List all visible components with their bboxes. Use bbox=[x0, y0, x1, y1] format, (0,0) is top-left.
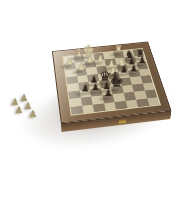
captured-white-pawn: ♟ bbox=[29, 110, 37, 119]
pieces-layer: ♝♚♜♟♟♟♞♜♟♟♞♟♟♟♟♟♟♛♝♟♟♟♚♟ bbox=[63, 49, 160, 115]
chess-piece-glyph: ♟ bbox=[96, 54, 104, 63]
chess-set-photo: ♝♚♜♟♟♟♞♜♟♟♞♟♟♟♟♟♟♛♝♟♟♟♚♟ ♟♟♟♟♟ bbox=[0, 0, 194, 200]
playing-area: ♝♚♜♟♟♟♞♜♟♟♞♟♟♟♟♟♟♛♝♟♟♟♚♟ bbox=[62, 48, 161, 116]
chess-piece-glyph: ♟ bbox=[104, 89, 112, 98]
chess-piece-glyph: ♟ bbox=[138, 57, 146, 66]
chess-piece-glyph: ♟ bbox=[66, 57, 74, 66]
clasp-icon bbox=[119, 119, 126, 123]
captured-white-pawn: ♟ bbox=[15, 106, 23, 115]
chess-piece-glyph: ♟ bbox=[92, 83, 100, 92]
chess-piece-glyph: ♟ bbox=[81, 84, 89, 93]
chess-piece-glyph: ♜ bbox=[114, 45, 123, 54]
chess-board: ♝♚♜♟♟♟♞♜♟♟♞♟♟♟♟♟♟♛♝♟♟♟♚♟ bbox=[52, 42, 171, 124]
chess-piece-glyph: ♟ bbox=[130, 64, 138, 73]
chess-piece-glyph: ♝ bbox=[74, 48, 84, 59]
chess-piece-glyph: ♟ bbox=[86, 55, 94, 64]
chess-piece-glyph: ♟ bbox=[77, 63, 85, 72]
